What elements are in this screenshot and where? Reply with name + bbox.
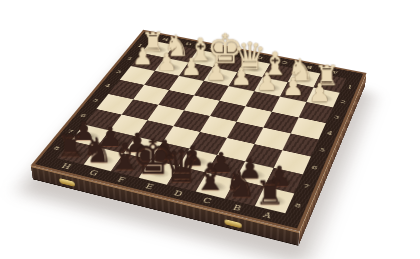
piece-black-rook[interactable]: ♜: [243, 177, 298, 210]
square-a8[interactable]: ♜: [255, 186, 294, 213]
photo-stage: HGFEDCBA1♜♞♝♚♛♝♞♜12♟♟♟♟♟♟♟♟2334455667♟♟♟…: [0, 0, 420, 259]
scene-3d: HGFEDCBA1♜♞♝♚♛♝♞♜12♟♟♟♟♟♟♟♟2334455667♟♟♟…: [0, 0, 420, 259]
brass-clasp-left-icon: [59, 178, 75, 187]
chess-box: HGFEDCBA1♜♞♝♚♛♝♞♜12♟♟♟♟♟♟♟♟2334455667♟♟♟…: [31, 30, 367, 232]
rail-cell: [280, 213, 302, 228]
piece-white-pawn[interactable]: ♟: [296, 80, 343, 105]
square-a2[interactable]: ♟: [306, 87, 339, 107]
square-f4[interactable]: [158, 90, 194, 110]
brass-clasp-right-icon: [225, 219, 242, 228]
